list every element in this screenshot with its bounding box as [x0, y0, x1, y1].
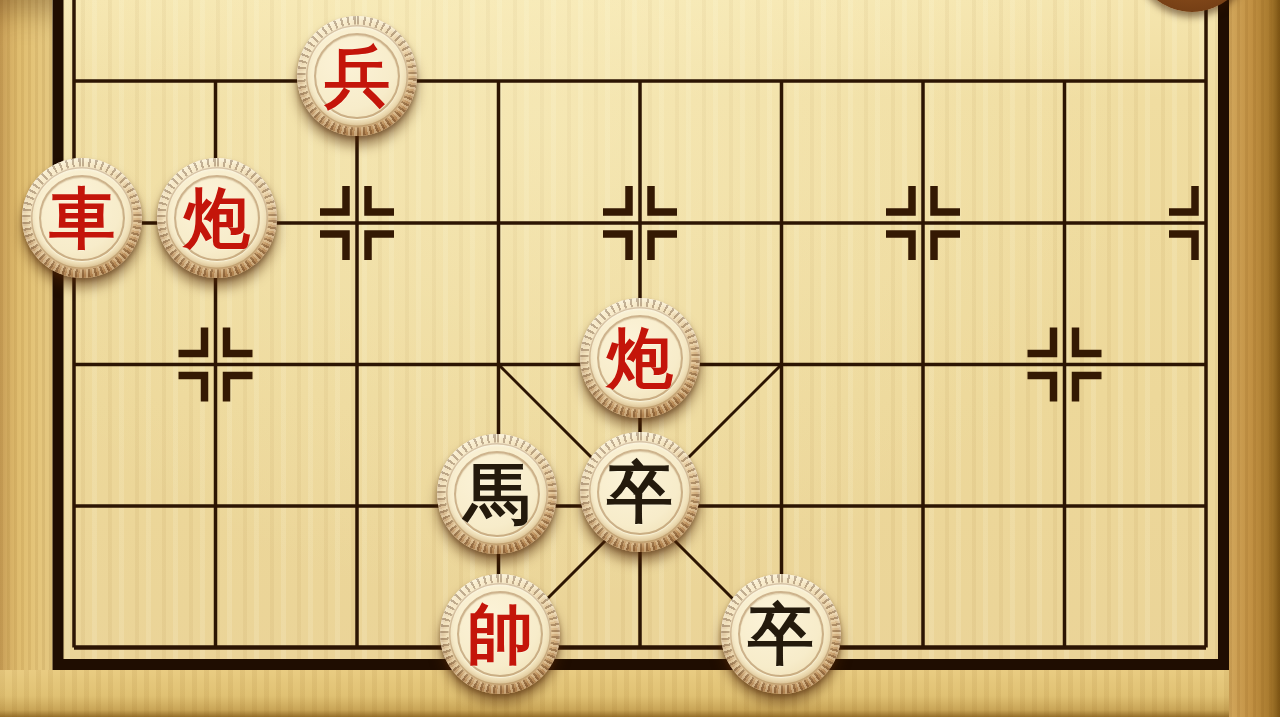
board-surface[interactable]: 兵車炮炮馬卒帥卒	[0, 0, 1280, 717]
red-piece-glyph: 帥	[440, 574, 560, 694]
red-piece-glyph: 炮	[580, 298, 700, 418]
piece-black-horse-d2[interactable]: 馬	[437, 434, 557, 554]
piece-red-cannon-b4[interactable]: 炮	[157, 158, 277, 278]
black-piece-glyph: 馬	[437, 434, 557, 554]
piece-red-general-d1[interactable]: 帥	[440, 574, 560, 694]
partial-piece-top-right[interactable]	[1134, 0, 1250, 12]
black-piece-glyph: 卒	[721, 574, 841, 694]
piece-red-soldier-c5[interactable]: 兵	[297, 16, 417, 136]
red-piece-glyph: 兵	[297, 16, 417, 136]
red-piece-glyph: 炮	[157, 158, 277, 278]
red-piece-glyph: 車	[22, 158, 142, 278]
xiangqi-app: 兵車炮炮馬卒帥卒	[0, 0, 1280, 717]
piece-black-soldier-e2[interactable]: 卒	[580, 432, 700, 552]
piece-red-cannon-e3[interactable]: 炮	[580, 298, 700, 418]
black-piece-glyph: 卒	[580, 432, 700, 552]
piece-red-chariot-a4[interactable]: 車	[22, 158, 142, 278]
piece-black-soldier-f1[interactable]: 卒	[721, 574, 841, 694]
